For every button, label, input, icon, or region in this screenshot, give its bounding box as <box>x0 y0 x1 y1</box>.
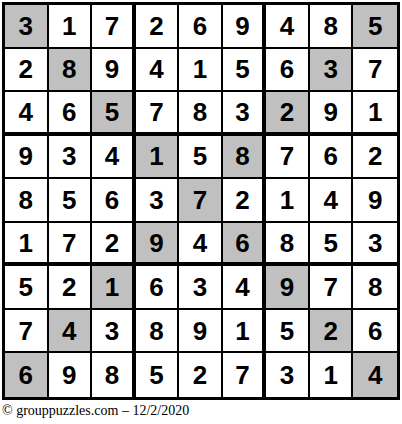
cell-r7c5: 3 <box>179 266 223 310</box>
cell-r4c9: 2 <box>353 136 397 180</box>
cell-r1c2: 1 <box>49 5 93 49</box>
cell-r3c5: 8 <box>179 92 223 136</box>
cell-r5c8: 4 <box>310 179 354 223</box>
cell-r4c5: 5 <box>179 136 223 180</box>
cell-r9c9: 4 <box>353 353 397 397</box>
cell-r6c9: 3 <box>353 223 397 267</box>
cell-r7c3: 1 <box>92 266 136 310</box>
cell-r7c7: 9 <box>266 266 310 310</box>
cell-r7c1: 5 <box>5 266 49 310</box>
cell-r4c4: 1 <box>136 136 180 180</box>
cell-r8c6: 1 <box>223 310 267 354</box>
cell-r1c3: 7 <box>92 5 136 49</box>
cell-r9c1: 6 <box>5 353 49 397</box>
cell-r2c8: 3 <box>310 49 354 93</box>
cell-r7c8: 7 <box>310 266 354 310</box>
cell-r5c6: 2 <box>223 179 267 223</box>
cell-r9c8: 1 <box>310 353 354 397</box>
cell-r9c4: 5 <box>136 353 180 397</box>
cell-r8c2: 4 <box>49 310 93 354</box>
copyright-footer: © grouppuzzles.com – 12/2/2020 <box>2 403 189 419</box>
cell-r6c1: 1 <box>5 223 49 267</box>
cell-r4c7: 7 <box>266 136 310 180</box>
sudoku-page: 3172694852894156374657832919341587628563… <box>0 0 402 424</box>
cell-r5c2: 5 <box>49 179 93 223</box>
cell-r5c1: 8 <box>5 179 49 223</box>
cell-r4c3: 4 <box>92 136 136 180</box>
cell-r1c9: 5 <box>353 5 397 49</box>
cell-r1c4: 2 <box>136 5 180 49</box>
cell-r2c7: 6 <box>266 49 310 93</box>
cell-r8c1: 7 <box>5 310 49 354</box>
cell-r2c1: 2 <box>5 49 49 93</box>
sudoku-board: 3172694852894156374657832919341587628563… <box>2 2 400 400</box>
cell-r6c2: 7 <box>49 223 93 267</box>
cell-r8c5: 9 <box>179 310 223 354</box>
cell-r2c3: 9 <box>92 49 136 93</box>
cell-r6c7: 8 <box>266 223 310 267</box>
cell-r6c5: 4 <box>179 223 223 267</box>
cell-r7c4: 6 <box>136 266 180 310</box>
cell-r5c4: 3 <box>136 179 180 223</box>
cell-r4c1: 9 <box>5 136 49 180</box>
cell-r2c2: 8 <box>49 49 93 93</box>
cell-r4c6: 8 <box>223 136 267 180</box>
cell-r6c8: 5 <box>310 223 354 267</box>
cell-r5c9: 9 <box>353 179 397 223</box>
cell-r4c8: 6 <box>310 136 354 180</box>
cell-r1c8: 8 <box>310 5 354 49</box>
cell-r3c2: 6 <box>49 92 93 136</box>
cell-r5c5: 7 <box>179 179 223 223</box>
cell-r7c9: 8 <box>353 266 397 310</box>
cell-r8c8: 2 <box>310 310 354 354</box>
cell-r9c3: 8 <box>92 353 136 397</box>
cell-r8c3: 3 <box>92 310 136 354</box>
cell-r8c4: 8 <box>136 310 180 354</box>
cell-r2c9: 7 <box>353 49 397 93</box>
cell-r7c6: 4 <box>223 266 267 310</box>
cell-r1c5: 6 <box>179 5 223 49</box>
cell-r1c1: 3 <box>5 5 49 49</box>
cell-r6c6: 6 <box>223 223 267 267</box>
cell-r8c9: 6 <box>353 310 397 354</box>
cell-r3c6: 3 <box>223 92 267 136</box>
cell-r3c3: 5 <box>92 92 136 136</box>
cell-r9c6: 7 <box>223 353 267 397</box>
cell-r6c3: 2 <box>92 223 136 267</box>
cell-r1c6: 9 <box>223 5 267 49</box>
cell-r9c7: 3 <box>266 353 310 397</box>
cell-r3c8: 9 <box>310 92 354 136</box>
cell-r3c9: 1 <box>353 92 397 136</box>
cell-r6c4: 9 <box>136 223 180 267</box>
cell-r2c5: 1 <box>179 49 223 93</box>
cell-r2c6: 5 <box>223 49 267 93</box>
cell-r8c7: 5 <box>266 310 310 354</box>
cell-r9c2: 9 <box>49 353 93 397</box>
cell-r2c4: 4 <box>136 49 180 93</box>
cell-r1c7: 4 <box>266 5 310 49</box>
cell-r3c1: 4 <box>5 92 49 136</box>
cell-r5c7: 1 <box>266 179 310 223</box>
cell-r4c2: 3 <box>49 136 93 180</box>
cell-r7c2: 2 <box>49 266 93 310</box>
cell-r5c3: 6 <box>92 179 136 223</box>
cell-r9c5: 2 <box>179 353 223 397</box>
cell-r3c4: 7 <box>136 92 180 136</box>
cell-r3c7: 2 <box>266 92 310 136</box>
